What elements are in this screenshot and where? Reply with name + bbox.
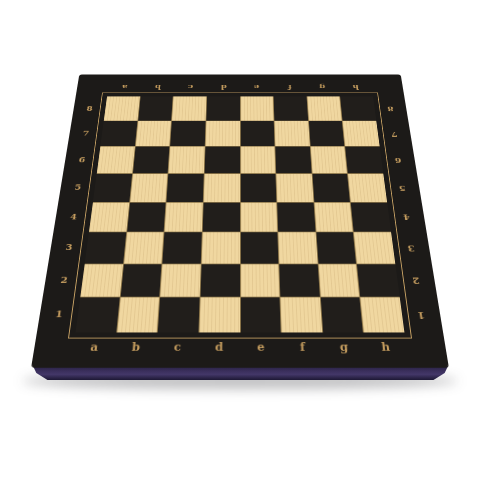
square-f4 [277, 202, 315, 231]
square-b8 [138, 96, 173, 120]
square-e2 [240, 264, 279, 297]
square-g6 [310, 147, 347, 173]
rank-label-left-6: 6 [63, 147, 100, 174]
square-b6 [133, 147, 170, 173]
rank-label-left-8: 8 [72, 96, 107, 120]
square-a3 [85, 232, 126, 263]
square-g1 [321, 298, 364, 333]
file-label-bottom-d: d [198, 342, 240, 353]
square-e1 [240, 298, 280, 333]
square-h5 [348, 174, 387, 202]
square-a4 [89, 202, 129, 231]
square-f8 [274, 96, 308, 120]
rank-label-left-2: 2 [43, 264, 85, 297]
square-c1 [158, 298, 199, 333]
file-label-top-h: h [338, 83, 372, 89]
file-label-top-f: f [273, 83, 306, 89]
product-photo-background: abcdefgh abcdefgh 87654321 87654321 [0, 0, 480, 478]
square-b1 [117, 298, 160, 333]
square-g7 [309, 121, 345, 146]
rank-label-left-4: 4 [53, 202, 93, 232]
square-g3 [316, 232, 356, 263]
file-label-top-c: c [174, 83, 207, 89]
square-e4 [240, 202, 277, 231]
file-label-bottom-c: c [156, 342, 198, 353]
square-f7 [275, 121, 310, 146]
file-labels-top: abcdefgh [107, 77, 373, 96]
square-h2 [357, 264, 399, 297]
file-label-bottom-g: g [323, 342, 365, 353]
file-label-bottom-e: e [240, 342, 282, 353]
board-perspective-rig: abcdefgh abcdefgh 87654321 87654321 [58, 28, 421, 376]
square-d7 [205, 121, 239, 146]
file-label-top-d: d [207, 83, 240, 89]
square-c4 [165, 202, 203, 231]
file-labels-bottom: abcdefgh [72, 333, 409, 361]
square-e8 [240, 96, 273, 120]
square-b3 [124, 232, 164, 263]
file-label-top-g: g [306, 83, 339, 89]
chessboard: abcdefgh abcdefgh 87654321 87654321 [31, 74, 449, 367]
square-d1 [199, 298, 239, 333]
square-g2 [318, 264, 359, 297]
square-c2 [160, 264, 200, 297]
playing-area [76, 96, 405, 332]
square-e7 [240, 121, 274, 146]
rank-label-left-5: 5 [58, 174, 96, 202]
square-a1 [76, 298, 120, 333]
square-c5 [167, 174, 204, 202]
square-b2 [120, 264, 161, 297]
square-g5 [312, 174, 350, 202]
square-a6 [97, 147, 135, 173]
square-b4 [127, 202, 166, 231]
rank-label-right-3: 3 [391, 232, 432, 264]
square-e5 [240, 174, 276, 202]
square-d8 [206, 96, 239, 120]
square-f6 [275, 147, 311, 173]
square-f2 [279, 264, 319, 297]
file-label-bottom-h: h [364, 342, 407, 353]
file-label-bottom-b: b [115, 342, 157, 353]
square-f3 [278, 232, 317, 263]
file-label-bottom-a: a [73, 342, 116, 353]
board-frame: abcdefgh abcdefgh 87654321 87654321 [31, 74, 449, 367]
square-f5 [276, 174, 313, 202]
square-e3 [240, 232, 278, 263]
square-d6 [205, 147, 240, 173]
rank-label-right-5: 5 [383, 174, 421, 202]
square-e6 [240, 147, 275, 173]
square-d4 [203, 202, 240, 231]
square-h1 [361, 298, 405, 333]
square-h4 [351, 202, 391, 231]
square-g4 [314, 202, 353, 231]
rank-label-left-1: 1 [37, 297, 80, 332]
square-a2 [80, 264, 122, 297]
square-g8 [307, 96, 342, 120]
square-f1 [281, 298, 322, 333]
file-label-top-b: b [141, 83, 174, 89]
square-a7 [100, 121, 137, 146]
square-h8 [340, 96, 376, 120]
file-label-bottom-f: f [281, 342, 323, 353]
file-label-top-a: a [108, 83, 142, 89]
rank-label-right-1: 1 [400, 297, 443, 332]
square-h7 [343, 121, 380, 146]
square-b5 [130, 174, 168, 202]
rank-label-right-6: 6 [380, 147, 417, 174]
square-h3 [354, 232, 395, 263]
file-label-top-e: e [240, 83, 273, 89]
square-d5 [204, 174, 240, 202]
square-h6 [345, 147, 383, 173]
square-c7 [170, 121, 205, 146]
square-a5 [93, 174, 132, 202]
square-c3 [163, 232, 202, 263]
rank-label-right-2: 2 [395, 264, 437, 297]
rank-label-right-7: 7 [376, 121, 412, 147]
square-d2 [200, 264, 239, 297]
rank-label-right-8: 8 [373, 96, 408, 120]
square-b7 [135, 121, 171, 146]
square-d3 [202, 232, 240, 263]
square-c6 [169, 147, 205, 173]
square-a8 [104, 96, 140, 120]
square-c8 [172, 96, 206, 120]
rank-label-left-3: 3 [48, 232, 89, 264]
rank-label-left-7: 7 [67, 121, 103, 147]
rank-label-right-4: 4 [387, 202, 427, 232]
